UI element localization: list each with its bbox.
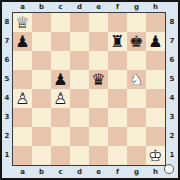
file-label-b-top: b xyxy=(32,2,51,12)
square-h3[interactable] xyxy=(146,108,165,127)
rank-label-3-left: 3 xyxy=(2,108,12,127)
square-e5[interactable]: ♛ xyxy=(89,70,108,89)
square-a2[interactable] xyxy=(13,127,32,146)
square-c7[interactable] xyxy=(51,32,70,51)
square-a3[interactable] xyxy=(13,108,32,127)
square-g6[interactable] xyxy=(127,51,146,70)
square-c2[interactable] xyxy=(51,127,70,146)
square-a5[interactable] xyxy=(13,70,32,89)
square-b7[interactable] xyxy=(32,32,51,51)
white-king: ♚♔ xyxy=(146,146,165,165)
file-label-a-bottom: a xyxy=(13,167,32,177)
square-b1[interactable] xyxy=(32,146,51,165)
file-label-c-top: c xyxy=(51,2,70,12)
white-knight: ♞♘ xyxy=(127,70,146,89)
rank-label-3-right: 3 xyxy=(167,108,177,127)
square-g3[interactable] xyxy=(127,108,146,127)
rank-label-5-right: 5 xyxy=(167,70,177,89)
square-e6[interactable] xyxy=(89,51,108,70)
square-f6[interactable] xyxy=(108,51,127,70)
rank-label-8-left: 8 xyxy=(2,13,12,32)
chess-board: ♛♕♟♜♚♟♟♛♞♘♟♙♟♙♚♔ xyxy=(12,12,166,166)
square-d4[interactable] xyxy=(70,89,89,108)
square-b6[interactable] xyxy=(32,51,51,70)
square-b8[interactable] xyxy=(32,13,51,32)
square-d2[interactable] xyxy=(70,127,89,146)
square-c6[interactable] xyxy=(51,51,70,70)
square-d7[interactable] xyxy=(70,32,89,51)
square-c5[interactable]: ♟ xyxy=(51,70,70,89)
square-g2[interactable] xyxy=(127,127,146,146)
file-label-b-bottom: b xyxy=(32,167,51,177)
square-c8[interactable] xyxy=(51,13,70,32)
square-d3[interactable] xyxy=(70,108,89,127)
rank-label-7-left: 7 xyxy=(2,32,12,51)
black-pawn: ♟ xyxy=(146,32,165,51)
square-a7[interactable]: ♟ xyxy=(13,32,32,51)
rank-label-4-right: 4 xyxy=(167,89,177,108)
white-pawn: ♟♙ xyxy=(51,89,70,108)
square-a4[interactable]: ♟♙ xyxy=(13,89,32,108)
square-e3[interactable] xyxy=(89,108,108,127)
black-pawn: ♟ xyxy=(13,32,32,51)
square-f8[interactable] xyxy=(108,13,127,32)
square-h6[interactable] xyxy=(146,51,165,70)
square-f1[interactable] xyxy=(108,146,127,165)
rank-label-8-right: 8 xyxy=(167,13,177,32)
square-b4[interactable] xyxy=(32,89,51,108)
rank-label-1-left: 1 xyxy=(2,146,12,165)
white-pawn: ♟♙ xyxy=(13,89,32,108)
square-g8[interactable] xyxy=(127,13,146,32)
square-b3[interactable] xyxy=(32,108,51,127)
square-g5[interactable]: ♞♘ xyxy=(127,70,146,89)
rank-label-6-right: 6 xyxy=(167,51,177,70)
square-g1[interactable] xyxy=(127,146,146,165)
rank-label-2-left: 2 xyxy=(2,127,12,146)
file-label-f-bottom: f xyxy=(108,167,127,177)
black-queen: ♛ xyxy=(89,70,108,89)
black-rook: ♜ xyxy=(108,32,127,51)
file-label-e-bottom: e xyxy=(89,167,108,177)
white-to-move-indicator xyxy=(164,164,174,174)
square-h1[interactable]: ♚♔ xyxy=(146,146,165,165)
file-label-d-bottom: d xyxy=(70,167,89,177)
rank-label-4-left: 4 xyxy=(2,89,12,108)
square-b2[interactable] xyxy=(32,127,51,146)
square-h7[interactable]: ♟ xyxy=(146,32,165,51)
square-f7[interactable]: ♜ xyxy=(108,32,127,51)
square-h2[interactable] xyxy=(146,127,165,146)
square-h5[interactable] xyxy=(146,70,165,89)
file-label-g-top: g xyxy=(127,2,146,12)
square-d1[interactable] xyxy=(70,146,89,165)
square-d8[interactable] xyxy=(70,13,89,32)
square-a8[interactable]: ♛♕ xyxy=(13,13,32,32)
file-label-g-bottom: g xyxy=(127,167,146,177)
chess-diagram: aabbccddeeffgghh8877665544332211 ♛♕♟♜♚♟♟… xyxy=(0,0,180,180)
file-label-f-top: f xyxy=(108,2,127,12)
file-label-e-top: e xyxy=(89,2,108,12)
square-c3[interactable] xyxy=(51,108,70,127)
square-c1[interactable] xyxy=(51,146,70,165)
square-e4[interactable] xyxy=(89,89,108,108)
square-a1[interactable] xyxy=(13,146,32,165)
file-label-h-top: h xyxy=(146,2,165,12)
square-e8[interactable] xyxy=(89,13,108,32)
square-h4[interactable] xyxy=(146,89,165,108)
rank-label-5-left: 5 xyxy=(2,70,12,89)
square-f2[interactable] xyxy=(108,127,127,146)
rank-label-2-right: 2 xyxy=(167,127,177,146)
white-queen: ♛♕ xyxy=(13,13,32,32)
rank-label-1-right: 1 xyxy=(167,146,177,165)
file-label-c-bottom: c xyxy=(51,167,70,177)
file-label-d-top: d xyxy=(70,2,89,12)
rank-label-6-left: 6 xyxy=(2,51,12,70)
square-b5[interactable] xyxy=(32,70,51,89)
black-pawn: ♟ xyxy=(51,70,70,89)
square-e1[interactable] xyxy=(89,146,108,165)
square-e7[interactable] xyxy=(89,32,108,51)
file-label-a-top: a xyxy=(13,2,32,12)
rank-label-7-right: 7 xyxy=(167,32,177,51)
black-king: ♚ xyxy=(127,32,146,51)
square-f4[interactable] xyxy=(108,89,127,108)
square-e2[interactable] xyxy=(89,127,108,146)
file-label-h-bottom: h xyxy=(146,167,165,177)
square-a6[interactable] xyxy=(13,51,32,70)
square-h8[interactable] xyxy=(146,13,165,32)
square-d5[interactable] xyxy=(70,70,89,89)
square-g4[interactable] xyxy=(127,89,146,108)
square-f3[interactable] xyxy=(108,108,127,127)
square-f5[interactable] xyxy=(108,70,127,89)
square-c4[interactable]: ♟♙ xyxy=(51,89,70,108)
square-g7[interactable]: ♚ xyxy=(127,32,146,51)
square-d6[interactable] xyxy=(70,51,89,70)
